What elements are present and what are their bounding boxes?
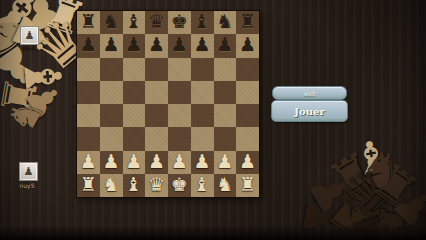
square-c2[interactable]: ♟ <box>123 151 146 174</box>
white-knight: ♞ <box>216 175 233 194</box>
black-pawn: ♟ <box>148 35 165 54</box>
square-b3[interactable] <box>100 127 123 150</box>
rank-label-6: 6 <box>69 58 76 81</box>
square-d1[interactable]: ♛ <box>145 174 168 197</box>
wood-piece-decor: ♞ <box>352 139 414 203</box>
square-d8[interactable]: ♛ <box>145 11 168 34</box>
player-bottom-avatar: ♟ <box>19 162 38 181</box>
wood-piece-decor: ♜ <box>386 204 426 240</box>
rank-labels: 87654321 <box>69 11 76 197</box>
square-g3[interactable] <box>214 127 237 150</box>
white-pawn: ♟ <box>216 152 233 171</box>
wood-piece-decor: ♜ <box>364 154 426 218</box>
wood-piece-decor: ♛ <box>328 156 403 231</box>
square-c6[interactable] <box>123 58 146 81</box>
square-d2[interactable]: ♟ <box>145 151 168 174</box>
rank-label-4: 4 <box>69 104 76 127</box>
square-b1[interactable]: ♞ <box>100 174 123 197</box>
wood-piece-decor: ♞ <box>0 91 50 140</box>
square-b4[interactable] <box>100 104 123 127</box>
black-pawn: ♟ <box>194 35 211 54</box>
rank-label-7: 7 <box>69 34 76 57</box>
chess-board[interactable]: ♜♞♝♛♚♝♞♜♟♟♟♟♟♟♟♟♟♟♟♟♟♟♟♟♜♞♝♛♚♝♞♜ <box>77 11 259 197</box>
square-h8[interactable]: ♜ <box>236 11 259 34</box>
square-c3[interactable] <box>123 127 146 150</box>
wood-piece-decor: ♜ <box>0 73 43 119</box>
square-a3[interactable] <box>77 127 100 150</box>
white-pawn: ♟ <box>125 152 142 171</box>
pawn-avatar-icon: ♟ <box>25 30 35 41</box>
square-h7[interactable]: ♟ <box>236 34 259 57</box>
white-king: ♚ <box>171 175 188 194</box>
white-pawn: ♟ <box>194 152 211 171</box>
white-pawn: ♟ <box>103 152 120 171</box>
white-pawn: ♟ <box>171 152 188 171</box>
rank-label-2: 2 <box>69 151 76 174</box>
square-g4[interactable] <box>214 104 237 127</box>
square-e7[interactable]: ♟ <box>168 34 191 57</box>
black-pawn: ♟ <box>80 35 97 54</box>
square-g1[interactable]: ♞ <box>214 174 237 197</box>
square-h6[interactable] <box>236 58 259 81</box>
square-g2[interactable]: ♟ <box>214 151 237 174</box>
wood-piece-decor: ♟ <box>300 164 360 223</box>
rank-label-5: 5 <box>69 81 76 104</box>
square-f7[interactable]: ♟ <box>191 34 214 57</box>
square-d5[interactable] <box>145 81 168 104</box>
black-pawn: ♟ <box>239 35 256 54</box>
square-g7[interactable]: ♟ <box>214 34 237 57</box>
square-e4[interactable] <box>168 104 191 127</box>
square-d4[interactable] <box>145 104 168 127</box>
black-rook: ♜ <box>239 12 256 31</box>
square-c1[interactable]: ♝ <box>123 174 146 197</box>
wood-piece-decor: ♝ <box>16 52 70 101</box>
wood-piece-decor: ♟ <box>295 195 345 240</box>
player-bottom-name: nuy5 <box>7 182 47 189</box>
square-e1[interactable]: ♚ <box>168 174 191 197</box>
rank-label-8: 8 <box>69 11 76 34</box>
white-rook: ♜ <box>239 175 256 194</box>
square-a5[interactable] <box>77 81 100 104</box>
wood-piece-decor: ♜ <box>320 142 386 210</box>
square-b8[interactable]: ♞ <box>100 11 123 34</box>
square-f8[interactable]: ♝ <box>191 11 214 34</box>
square-e2[interactable]: ♟ <box>168 151 191 174</box>
square-a7[interactable]: ♟ <box>77 34 100 57</box>
black-queen: ♛ <box>148 12 165 31</box>
play-button-label: Jouer <box>294 106 324 117</box>
white-rook: ♜ <box>80 175 97 194</box>
player-top-avatar: ♟ <box>20 26 39 45</box>
square-b7[interactable]: ♟ <box>100 34 123 57</box>
square-a1[interactable]: ♜ <box>77 174 100 197</box>
white-pawn: ♟ <box>80 152 97 171</box>
square-d6[interactable] <box>145 58 168 81</box>
square-e6[interactable] <box>168 58 191 81</box>
white-bishop: ♝ <box>125 175 142 194</box>
black-knight: ♞ <box>103 12 120 31</box>
square-a6[interactable] <box>77 58 100 81</box>
black-rook: ♜ <box>80 12 97 31</box>
square-h5[interactable] <box>236 81 259 104</box>
square-a2[interactable]: ♟ <box>77 151 100 174</box>
black-king: ♚ <box>171 12 188 31</box>
square-c8[interactable]: ♝ <box>123 11 146 34</box>
square-f1[interactable]: ♝ <box>191 174 214 197</box>
square-d7[interactable]: ♟ <box>145 34 168 57</box>
black-knight: ♞ <box>216 12 233 31</box>
wood-piece-decor: ♝ <box>356 191 415 240</box>
square-f4[interactable] <box>191 104 214 127</box>
exit-button-label: exit <box>304 90 315 97</box>
white-bishop: ♝ <box>194 175 211 194</box>
black-pawn: ♟ <box>125 35 142 54</box>
player-top-name: IPv4 <box>9 45 49 52</box>
wood-piece-decor: ♞ <box>319 188 386 240</box>
square-a4[interactable] <box>77 104 100 127</box>
black-bishop: ♝ <box>125 12 142 31</box>
rank-label-1: 1 <box>69 174 76 197</box>
square-f3[interactable] <box>191 127 214 150</box>
black-pawn: ♟ <box>216 35 233 54</box>
white-pawn: ♟ <box>148 152 165 171</box>
square-b2[interactable]: ♟ <box>100 151 123 174</box>
white-knight: ♞ <box>103 175 120 194</box>
square-f6[interactable] <box>191 58 214 81</box>
square-c4[interactable] <box>123 104 146 127</box>
wood-piece-decor: ♝ <box>348 133 394 183</box>
square-c5[interactable] <box>123 81 146 104</box>
rank-label-3: 3 <box>69 127 76 150</box>
wood-piece-decor: ♟ <box>384 178 426 237</box>
app-window: ♝♟♜♞♟♛♟♝♜♟♞ ♝♜♞♟♛♜♟♞♝♟♜♟ 87654321 ♜♞♝♛♚♝… <box>0 0 426 240</box>
white-queen: ♛ <box>148 175 165 194</box>
square-h2[interactable]: ♟ <box>236 151 259 174</box>
square-d3[interactable] <box>145 127 168 150</box>
pawn-avatar-icon: ♟ <box>24 166 34 177</box>
white-pawn: ♟ <box>239 152 256 171</box>
square-e5[interactable] <box>168 81 191 104</box>
black-pawn: ♟ <box>103 35 120 54</box>
square-f5[interactable] <box>191 81 214 104</box>
black-pawn: ♟ <box>171 35 188 54</box>
black-bishop: ♝ <box>194 12 211 31</box>
square-g8[interactable]: ♞ <box>214 11 237 34</box>
exit-button[interactable]: exit <box>272 86 347 100</box>
square-h3[interactable] <box>236 127 259 150</box>
square-e8[interactable]: ♚ <box>168 11 191 34</box>
square-g6[interactable] <box>214 58 237 81</box>
square-g5[interactable] <box>214 81 237 104</box>
play-button[interactable]: Jouer <box>271 100 348 122</box>
square-h1[interactable]: ♜ <box>236 174 259 197</box>
wood-piece-decor: ♟ <box>346 209 393 240</box>
square-f2[interactable]: ♟ <box>191 151 214 174</box>
square-h4[interactable] <box>236 104 259 127</box>
square-a8[interactable]: ♜ <box>77 11 100 34</box>
square-b6[interactable] <box>100 58 123 81</box>
wood-piece-decor: ♟ <box>17 74 70 126</box>
square-b5[interactable] <box>100 81 123 104</box>
square-e3[interactable] <box>168 127 191 150</box>
square-c7[interactable]: ♟ <box>123 34 146 57</box>
